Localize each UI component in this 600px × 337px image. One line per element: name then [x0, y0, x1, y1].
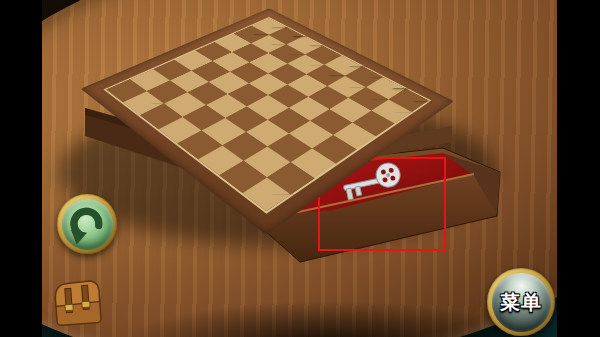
menu-button-face: 菜单: [492, 273, 551, 332]
menu-button-label: 菜单: [500, 289, 542, 316]
undo-arrow-icon: [65, 202, 109, 246]
chess-board-scene: ♜♞♝♛♚♝♞♜♟♟♟♟♟♟♟♟♟♟♟♟♟♟♟♟♜♞♝♛♚♝♞♜: [136, 0, 400, 227]
inventory-bag-button[interactable]: [47, 276, 107, 334]
letterbox-left: [0, 0, 42, 337]
letterbox-right: [557, 0, 600, 337]
chess-board-frame: ♜♞♝♛♚♝♞♜♟♟♟♟♟♟♟♟♟♟♟♟♟♟♟♟♜♞♝♛♚♝♞♜: [81, 8, 454, 235]
undo-button[interactable]: [57, 194, 117, 254]
satchel-bag-icon: [54, 280, 101, 325]
game-screen: ♜♞♝♛♚♝♞♜♟♟♟♟♟♟♟♟♟♟♟♟♟♟♟♟♜♞♝♛♚♝♞♜ 菜单: [0, 0, 600, 337]
square-r1c7[interactable]: ♟: [371, 99, 412, 124]
chess-board-grid[interactable]: ♜♞♝♛♚♝♞♜♟♟♟♟♟♟♟♟♟♟♟♟♟♟♟♟♜♞♝♛♚♝♞♜: [103, 17, 431, 214]
menu-button[interactable]: 菜单: [487, 268, 555, 336]
undo-button-face: [62, 199, 113, 250]
